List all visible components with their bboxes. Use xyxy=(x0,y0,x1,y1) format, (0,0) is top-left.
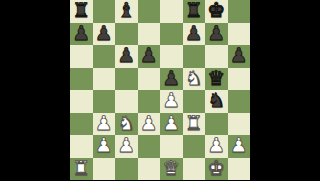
piece-black-pawn: ♟ xyxy=(140,45,158,65)
piece-black-king: ♚ xyxy=(207,0,225,20)
square-f4[interactable] xyxy=(183,90,206,113)
square-a7[interactable]: ♟ xyxy=(70,23,93,46)
piece-black-queen: ♛ xyxy=(207,68,225,88)
square-h7[interactable] xyxy=(228,23,251,46)
square-d1[interactable] xyxy=(138,158,161,181)
chess-board: ♜♝♜♚♟♟♟♟♟♟♟♟♞♛♟♞♟♞♟♟♜♟♟♟♟♜♛♚ xyxy=(70,0,250,180)
square-g3[interactable] xyxy=(205,113,228,136)
piece-black-pawn: ♟ xyxy=(185,23,203,43)
square-d2[interactable] xyxy=(138,135,161,158)
piece-white-pawn: ♟ xyxy=(95,113,113,133)
square-a1[interactable]: ♜ xyxy=(70,158,93,181)
square-c4[interactable] xyxy=(115,90,138,113)
square-e1[interactable]: ♛ xyxy=(160,158,183,181)
square-d5[interactable] xyxy=(138,68,161,91)
piece-white-queen: ♛ xyxy=(162,158,180,178)
square-c5[interactable] xyxy=(115,68,138,91)
square-a2[interactable] xyxy=(70,135,93,158)
square-b1[interactable] xyxy=(93,158,116,181)
square-f8[interactable]: ♜ xyxy=(183,0,206,23)
square-h3[interactable] xyxy=(228,113,251,136)
piece-black-pawn: ♟ xyxy=(117,45,135,65)
piece-white-rook: ♜ xyxy=(185,113,203,133)
square-d8[interactable] xyxy=(138,0,161,23)
square-c7[interactable] xyxy=(115,23,138,46)
square-e4[interactable]: ♟ xyxy=(160,90,183,113)
square-b5[interactable] xyxy=(93,68,116,91)
square-a3[interactable] xyxy=(70,113,93,136)
piece-black-pawn: ♟ xyxy=(72,23,90,43)
square-b3[interactable]: ♟ xyxy=(93,113,116,136)
square-a6[interactable] xyxy=(70,45,93,68)
square-e6[interactable] xyxy=(160,45,183,68)
square-f5[interactable]: ♞ xyxy=(183,68,206,91)
piece-black-knight: ♞ xyxy=(207,90,225,110)
square-d4[interactable] xyxy=(138,90,161,113)
piece-white-pawn: ♟ xyxy=(95,135,113,155)
square-b6[interactable] xyxy=(93,45,116,68)
square-g1[interactable]: ♚ xyxy=(205,158,228,181)
piece-black-pawn: ♟ xyxy=(207,23,225,43)
square-d7[interactable] xyxy=(138,23,161,46)
square-b8[interactable] xyxy=(93,0,116,23)
square-a4[interactable] xyxy=(70,90,93,113)
square-f1[interactable] xyxy=(183,158,206,181)
piece-white-pawn: ♟ xyxy=(230,135,248,155)
square-h1[interactable] xyxy=(228,158,251,181)
square-c3[interactable]: ♞ xyxy=(115,113,138,136)
piece-black-rook: ♜ xyxy=(72,0,90,20)
square-h8[interactable] xyxy=(228,0,251,23)
piece-black-pawn: ♟ xyxy=(230,45,248,65)
square-d3[interactable]: ♟ xyxy=(138,113,161,136)
piece-white-pawn: ♟ xyxy=(117,135,135,155)
piece-white-pawn: ♟ xyxy=(140,113,158,133)
square-f2[interactable] xyxy=(183,135,206,158)
square-f3[interactable]: ♜ xyxy=(183,113,206,136)
square-g8[interactable]: ♚ xyxy=(205,0,228,23)
square-g7[interactable]: ♟ xyxy=(205,23,228,46)
square-g4[interactable]: ♞ xyxy=(205,90,228,113)
piece-white-knight: ♞ xyxy=(185,68,203,88)
square-h2[interactable]: ♟ xyxy=(228,135,251,158)
square-e2[interactable] xyxy=(160,135,183,158)
square-c1[interactable] xyxy=(115,158,138,181)
square-e5[interactable]: ♟ xyxy=(160,68,183,91)
square-c6[interactable]: ♟ xyxy=(115,45,138,68)
piece-white-pawn: ♟ xyxy=(162,113,180,133)
square-e8[interactable] xyxy=(160,0,183,23)
piece-black-bishop: ♝ xyxy=(117,0,135,20)
square-h6[interactable]: ♟ xyxy=(228,45,251,68)
square-c2[interactable]: ♟ xyxy=(115,135,138,158)
square-b2[interactable]: ♟ xyxy=(93,135,116,158)
piece-black-pawn: ♟ xyxy=(95,23,113,43)
square-g5[interactable]: ♛ xyxy=(205,68,228,91)
square-h4[interactable] xyxy=(228,90,251,113)
square-h5[interactable] xyxy=(228,68,251,91)
piece-white-pawn: ♟ xyxy=(207,135,225,155)
square-a8[interactable]: ♜ xyxy=(70,0,93,23)
square-b4[interactable] xyxy=(93,90,116,113)
square-b7[interactable]: ♟ xyxy=(93,23,116,46)
square-c8[interactable]: ♝ xyxy=(115,0,138,23)
square-e3[interactable]: ♟ xyxy=(160,113,183,136)
letterbox-stage: ♜♝♜♚♟♟♟♟♟♟♟♟♞♛♟♞♟♞♟♟♜♟♟♟♟♜♛♚ xyxy=(0,0,320,180)
square-g2[interactable]: ♟ xyxy=(205,135,228,158)
square-a5[interactable] xyxy=(70,68,93,91)
square-f6[interactable] xyxy=(183,45,206,68)
piece-white-rook: ♜ xyxy=(72,158,90,178)
square-f7[interactable]: ♟ xyxy=(183,23,206,46)
square-g6[interactable] xyxy=(205,45,228,68)
square-e7[interactable] xyxy=(160,23,183,46)
piece-black-rook: ♜ xyxy=(185,0,203,20)
piece-black-pawn: ♟ xyxy=(162,68,180,88)
square-d6[interactable]: ♟ xyxy=(138,45,161,68)
piece-white-pawn: ♟ xyxy=(162,90,180,110)
piece-white-king: ♚ xyxy=(207,158,225,178)
piece-white-knight: ♞ xyxy=(117,113,135,133)
